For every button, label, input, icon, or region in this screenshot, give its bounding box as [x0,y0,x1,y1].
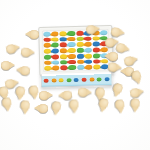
wooden-fish-piece[interactable] [5,42,22,54]
fish-body [38,104,48,113]
fish-body [108,52,118,61]
fish-tail [86,89,92,95]
wooden-fish-piece[interactable] [77,86,93,97]
fish-tail [52,110,59,116]
wooden-fish-piece[interactable] [129,98,140,114]
fish-tail [25,31,30,37]
wooden-fish-piece[interactable] [24,29,39,39]
wooden-fish-piece[interactable] [19,100,30,116]
fish-tail [71,109,77,114]
fish-tail [131,107,137,113]
fish-tail [119,29,125,36]
fish-tail [120,68,125,74]
wooden-fish-piece[interactable] [123,54,140,67]
fish-tail [57,92,63,98]
fish-tail [134,79,141,85]
wooden-fish-piece[interactable] [130,69,144,86]
fish-tail [48,92,53,98]
fish-tail [31,94,37,100]
wooden-fish-piece[interactable] [33,103,48,113]
loose-pieces-layer [0,0,150,150]
wooden-fish-piece[interactable] [20,46,36,57]
fish-tail [98,107,105,113]
fish-tail [29,49,35,55]
wooden-fish-piece[interactable] [103,51,118,61]
fish-tail [34,105,39,111]
wooden-fish-piece[interactable] [110,82,125,100]
fish-tail [117,108,123,114]
fish-tail [21,109,27,115]
wooden-fish-piece[interactable] [85,23,101,35]
fish-tail [4,106,10,112]
wooden-fish-piece[interactable] [114,99,125,115]
fish-body [29,30,39,39]
wooden-fish-piece[interactable] [50,101,62,118]
wooden-fish-piece[interactable] [69,100,79,115]
fish-tail [132,56,138,63]
wooden-fish-piece[interactable] [39,90,54,100]
wooden-fish-piece[interactable] [1,97,12,113]
fish-tail [138,88,144,95]
photo-background [0,0,150,150]
fish-tail [124,45,130,52]
wooden-fish-piece[interactable] [14,64,30,75]
fish-tail [10,62,15,68]
fish-tail [104,53,109,59]
fish-tail [94,25,100,31]
fish-tail [14,44,20,51]
fish-tail [15,66,21,72]
fish-tail [112,91,119,98]
wooden-fish-piece[interactable] [1,60,16,70]
wooden-fish-piece[interactable] [129,86,145,98]
